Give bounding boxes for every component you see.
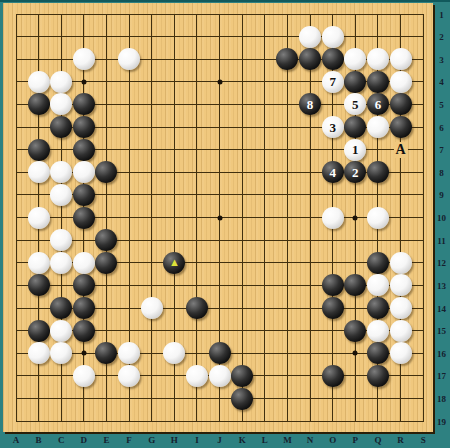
black-stone[interactable] [276, 48, 298, 70]
column-label-R: R [397, 435, 404, 445]
grid-line-vertical [423, 14, 424, 422]
go-diagram-screen: 78563142▲A ABCDEFGHIJKLMNOPQRS 123456789… [0, 0, 450, 448]
black-stone[interactable] [367, 161, 389, 183]
row-label-6: 6 [439, 123, 444, 133]
black-stone-triangle-marked[interactable]: ▲ [163, 252, 185, 274]
white-stone[interactable] [50, 161, 72, 183]
row-label-4: 4 [439, 77, 444, 87]
white-stone-move-1[interactable]: 1 [344, 139, 366, 161]
grid-line-vertical [287, 14, 288, 422]
white-stone[interactable] [28, 71, 50, 93]
row-label-2: 2 [439, 32, 444, 42]
white-stone[interactable] [50, 252, 72, 274]
white-stone[interactable] [50, 320, 72, 342]
white-stone[interactable] [390, 252, 412, 274]
column-label-E: E [103, 435, 109, 445]
triangle-mark: ▲ [169, 257, 180, 268]
white-stone[interactable] [367, 207, 389, 229]
white-stone[interactable] [367, 320, 389, 342]
black-stone[interactable] [299, 48, 321, 70]
grid-line-horizontal [16, 398, 424, 399]
column-label-O: O [329, 435, 336, 445]
row-label-15: 15 [437, 326, 446, 336]
column-label-C: C [58, 435, 65, 445]
white-stone[interactable] [367, 274, 389, 296]
column-label-A: A [13, 435, 20, 445]
black-stone[interactable] [73, 297, 95, 319]
white-stone[interactable] [50, 342, 72, 364]
column-label-N: N [307, 435, 314, 445]
black-stone[interactable] [95, 342, 117, 364]
grid-line-horizontal [16, 421, 424, 422]
white-stone[interactable] [28, 161, 50, 183]
column-label-B: B [36, 435, 42, 445]
column-label-H: H [171, 435, 178, 445]
black-stone-move-4[interactable]: 4 [322, 161, 344, 183]
black-stone[interactable] [322, 274, 344, 296]
black-stone[interactable] [95, 252, 117, 274]
star-point [353, 351, 358, 356]
white-stone[interactable] [344, 48, 366, 70]
white-stone[interactable] [118, 365, 140, 387]
white-stone[interactable] [73, 161, 95, 183]
black-stone[interactable] [73, 93, 95, 115]
row-label-7: 7 [439, 145, 444, 155]
goban[interactable]: 78563142▲A [3, 3, 433, 432]
star-point [81, 79, 86, 84]
black-stone[interactable] [73, 184, 95, 206]
white-stone[interactable] [50, 93, 72, 115]
white-stone[interactable] [367, 48, 389, 70]
column-label-M: M [283, 435, 292, 445]
column-label-D: D [81, 435, 88, 445]
white-stone[interactable] [73, 365, 95, 387]
black-stone[interactable] [73, 116, 95, 138]
black-stone[interactable] [344, 71, 366, 93]
black-stone[interactable] [28, 139, 50, 161]
white-stone[interactable] [186, 365, 208, 387]
black-stone[interactable] [95, 161, 117, 183]
white-stone-move-5[interactable]: 5 [344, 93, 366, 115]
black-stone[interactable] [28, 274, 50, 296]
white-stone[interactable] [118, 48, 140, 70]
row-label-1: 1 [439, 10, 444, 20]
black-stone[interactable] [231, 388, 253, 410]
black-stone[interactable] [367, 365, 389, 387]
black-stone[interactable] [390, 116, 412, 138]
row-label-16: 16 [437, 349, 446, 359]
star-point [353, 215, 358, 220]
black-stone[interactable] [73, 274, 95, 296]
black-stone-move-2[interactable]: 2 [344, 161, 366, 183]
row-label-8: 8 [439, 168, 444, 178]
black-stone[interactable] [367, 342, 389, 364]
black-stone[interactable] [28, 93, 50, 115]
black-stone[interactable] [73, 207, 95, 229]
row-label-3: 3 [439, 55, 444, 65]
black-stone[interactable] [367, 297, 389, 319]
white-stone[interactable] [299, 26, 321, 48]
white-stone[interactable] [163, 342, 185, 364]
white-stone[interactable] [50, 71, 72, 93]
letter-annotation-A: A [393, 142, 407, 158]
white-stone[interactable] [390, 71, 412, 93]
grid-line-horizontal [16, 240, 424, 241]
white-stone[interactable] [141, 297, 163, 319]
white-stone[interactable] [322, 26, 344, 48]
white-stone[interactable] [118, 342, 140, 364]
white-stone[interactable] [322, 207, 344, 229]
white-stone[interactable] [390, 320, 412, 342]
black-stone[interactable] [73, 139, 95, 161]
white-stone-move-3[interactable]: 3 [322, 116, 344, 138]
column-label-G: G [148, 435, 155, 445]
black-stone[interactable] [73, 320, 95, 342]
row-label-19: 19 [437, 417, 446, 427]
white-stone[interactable] [390, 48, 412, 70]
column-label-P: P [353, 435, 359, 445]
black-stone-move-8[interactable]: 8 [299, 93, 321, 115]
white-stone[interactable] [73, 48, 95, 70]
black-stone[interactable] [50, 116, 72, 138]
black-stone[interactable] [344, 274, 366, 296]
column-label-S: S [421, 435, 426, 445]
row-label-12: 12 [437, 258, 446, 268]
black-stone[interactable] [367, 252, 389, 274]
white-stone[interactable] [390, 297, 412, 319]
black-stone[interactable] [95, 229, 117, 251]
row-label-13: 13 [437, 281, 446, 291]
black-stone[interactable] [186, 297, 208, 319]
black-stone[interactable] [50, 297, 72, 319]
white-stone-move-7[interactable]: 7 [322, 71, 344, 93]
white-stone[interactable] [390, 274, 412, 296]
white-stone[interactable] [73, 252, 95, 274]
row-label-18: 18 [437, 394, 446, 404]
column-label-I: I [195, 435, 199, 445]
star-point [217, 215, 222, 220]
row-label-14: 14 [437, 304, 446, 314]
star-point [81, 351, 86, 356]
row-label-5: 5 [439, 100, 444, 110]
white-stone[interactable] [50, 229, 72, 251]
column-label-J: J [217, 435, 222, 445]
black-stone[interactable] [322, 297, 344, 319]
column-label-Q: Q [374, 435, 381, 445]
row-label-9: 9 [439, 190, 444, 200]
black-stone[interactable] [344, 116, 366, 138]
white-stone[interactable] [28, 342, 50, 364]
black-stone[interactable] [322, 48, 344, 70]
white-stone[interactable] [50, 184, 72, 206]
row-label-10: 10 [437, 213, 446, 223]
grid-line-vertical [242, 14, 243, 422]
black-stone-move-6[interactable]: 6 [367, 93, 389, 115]
row-label-11: 11 [437, 236, 446, 246]
white-stone[interactable] [28, 207, 50, 229]
grid-line-vertical [264, 14, 265, 422]
grid-line-vertical [310, 14, 311, 422]
black-stone[interactable] [390, 93, 412, 115]
column-label-F: F [126, 435, 132, 445]
frame-top-line [0, 0, 450, 2]
column-label-K: K [239, 435, 246, 445]
white-stone[interactable] [28, 252, 50, 274]
white-stone[interactable] [209, 365, 231, 387]
row-label-17: 17 [437, 371, 446, 381]
black-stone[interactable] [231, 365, 253, 387]
white-stone[interactable] [390, 342, 412, 364]
black-stone[interactable] [367, 71, 389, 93]
black-stone[interactable] [344, 320, 366, 342]
black-stone[interactable] [209, 342, 231, 364]
column-label-L: L [262, 435, 268, 445]
black-stone[interactable] [28, 320, 50, 342]
white-stone[interactable] [367, 116, 389, 138]
star-point [217, 79, 222, 84]
black-stone[interactable] [322, 365, 344, 387]
